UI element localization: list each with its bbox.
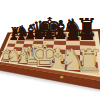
square-h6	[80, 41, 96, 46]
square-f7	[54, 37, 66, 41]
square-g8	[67, 33, 80, 37]
square-f8	[55, 33, 67, 37]
square-a3	[4, 50, 13, 54]
square-c5	[23, 44, 33, 48]
square-a7	[10, 37, 19, 40]
square-b3	[12, 51, 22, 55]
square-a8	[11, 34, 19, 37]
square-b6	[16, 40, 25, 43]
square-c6	[24, 41, 34, 45]
square-d6	[33, 41, 44, 45]
square-c7	[25, 37, 35, 40]
square-h5	[80, 46, 96, 52]
square-e4	[41, 48, 53, 53]
square-e5	[42, 45, 54, 50]
square-b7	[17, 37, 26, 40]
square-e8	[44, 33, 55, 37]
square-f5	[53, 45, 66, 50]
chess-board	[0, 0, 100, 100]
square-f4	[53, 49, 66, 54]
square-d8	[35, 34, 45, 38]
square-b5	[14, 44, 23, 48]
square-b8	[18, 34, 27, 37]
square-d7	[34, 37, 44, 41]
square-g7	[66, 37, 79, 41]
square-a6	[8, 40, 17, 43]
square-d5	[32, 44, 43, 48]
square-g5	[66, 45, 80, 50]
brass-latch	[60, 76, 63, 78]
square-c4	[22, 47, 32, 51]
square-e6	[43, 41, 55, 45]
square-b4	[13, 47, 23, 51]
square-h7	[80, 37, 95, 42]
chess-set-photo: ♜♞♝♛♚♝♞♜♟♟♟♟♟♟♟♟♟♟♟♟♟♟♟♟♜♞♝♛♚♝♞♜	[0, 0, 100, 100]
square-a5	[7, 43, 16, 47]
square-d4	[31, 48, 42, 53]
square-g6	[66, 41, 80, 46]
square-a4	[6, 47, 15, 51]
square-f6	[54, 41, 67, 45]
square-h8	[80, 33, 95, 37]
square-c8	[26, 34, 36, 37]
square-e7	[44, 37, 55, 41]
